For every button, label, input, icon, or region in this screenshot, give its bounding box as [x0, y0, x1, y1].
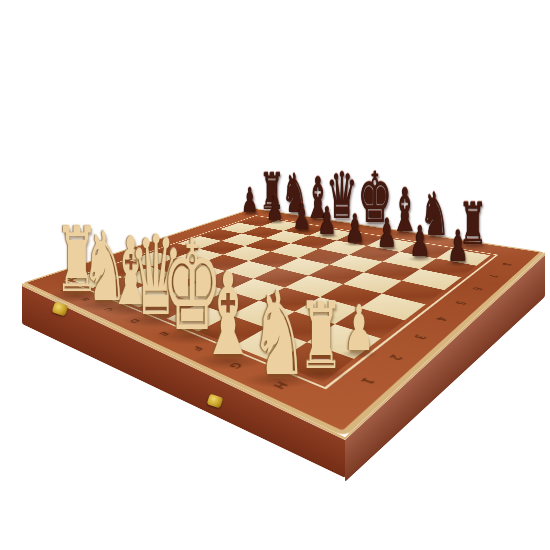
piece-white-knight-g1: ♞	[250, 276, 307, 392]
piece-black-pawn-g7: ♟	[410, 221, 431, 263]
piece-white-bishop-f1: ♝	[200, 258, 256, 372]
piece-white-pawn-h2: ♟	[344, 298, 375, 360]
product-photo-scene: ABCDEFGH 87654321 ♜♟♞♝♟♛♚♟♝♟♞♟♜♟♟♟♜♞♝♛♚♟…	[0, 0, 550, 550]
piece-black-pawn-f7: ♟	[377, 213, 397, 253]
piece-black-pawn-b7: ♟	[266, 191, 283, 226]
piece-black-pawn-a7: ♟	[242, 183, 259, 217]
piece-black-pawn-h7: ♟	[447, 225, 468, 268]
piece-black-pawn-d7: ♟	[318, 202, 337, 240]
piece-black-pawn-c7: ♟	[293, 199, 311, 235]
piece-black-pawn-e7: ♟	[345, 209, 364, 248]
